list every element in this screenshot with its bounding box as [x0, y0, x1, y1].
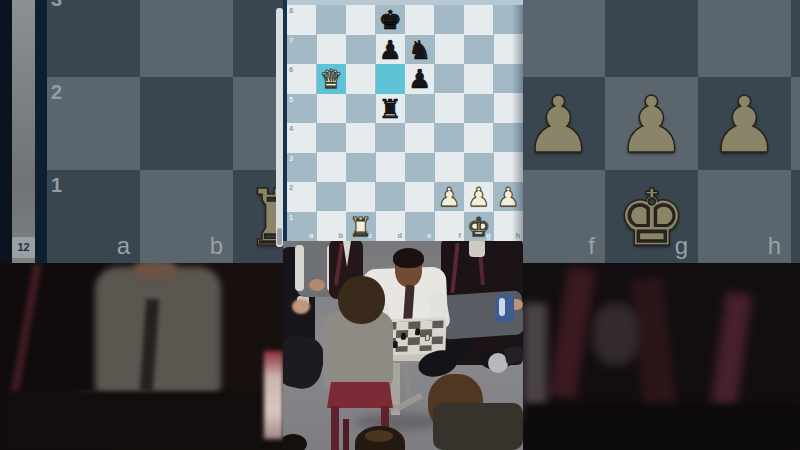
rank-label-4: 4 — [289, 125, 293, 133]
background-bright-blob — [264, 351, 283, 439]
shirt-patch — [469, 241, 485, 257]
hand — [292, 299, 310, 314]
rank-label-2: 2 — [289, 184, 293, 192]
dark-shoes — [283, 332, 328, 392]
file-label-c: c — [346, 232, 373, 240]
shirt-collar — [343, 241, 351, 267]
rank-label-7: 7 — [289, 37, 293, 45]
file-label-b: b — [317, 232, 344, 240]
blazer-trim — [334, 243, 344, 285]
background-white-shirt-figure — [95, 267, 221, 407]
background-white-pawn-g2: ♟ — [605, 77, 698, 170]
red-chair-backrest — [327, 382, 393, 408]
chess-board: ♚♟♞♛♟♜♟♟♟♜♚87654321abcdefgh — [287, 5, 523, 241]
classroom-photo — [283, 241, 523, 450]
mini-black-piece — [393, 341, 398, 348]
rank-label-6: 6 — [289, 66, 293, 74]
background-maroon-streak — [548, 267, 596, 400]
video-frame[interactable]: ♚♟♞♛♟♜♟♟♟♜♚87654321abcdefgh — [283, 0, 523, 450]
rank-label-5: 5 — [289, 96, 293, 104]
file-label-e: e — [405, 232, 432, 240]
scrollbar-track — [276, 8, 283, 247]
background-dark-foreground — [0, 391, 283, 450]
background-rank-label-3: 3 — [51, 0, 81, 11]
background-gray-blob — [593, 303, 639, 365]
background-file-label-h: h — [698, 232, 791, 261]
background-rank-label-2: 2 — [51, 81, 81, 104]
black-pawn-d7: ♟ — [376, 35, 406, 65]
background-photo-left — [0, 263, 283, 450]
background-file-label-a: a — [47, 232, 140, 261]
black-king-d8: ♚ — [376, 5, 406, 35]
red-chair-leg — [331, 406, 339, 450]
mini-white-piece — [425, 334, 430, 341]
blue-bag — [495, 295, 514, 322]
clasped-hands — [309, 279, 325, 291]
file-label-f: f — [435, 232, 462, 240]
background-maroon-streak — [710, 292, 752, 414]
foreground-boy-hair — [338, 276, 385, 324]
mini-black-piece — [401, 333, 406, 340]
file-label-g: g — [464, 232, 491, 240]
player-hair — [393, 248, 424, 268]
background-photo-right — [523, 263, 800, 450]
background-page-edge-strip — [12, 0, 35, 263]
file-label-a: a — [287, 232, 314, 240]
rank-label-3: 3 — [289, 155, 293, 163]
background-dark-floor — [523, 403, 800, 450]
board-right-shadow — [512, 5, 523, 241]
red-chair-leg — [343, 419, 349, 450]
bag-highlight — [499, 298, 505, 316]
white-queen-b6: ♛ — [317, 64, 347, 94]
arm-sleeve — [504, 345, 523, 364]
white-pawn-f2: ♟ — [435, 182, 465, 212]
background-file-label-b: b — [140, 232, 233, 261]
rank-label-1: 1 — [289, 214, 293, 222]
background-white-king-g1: ♚ — [605, 170, 698, 263]
rank-label-8: 8 — [289, 7, 293, 15]
video-still-frame: 321abfgh♜♟♟♟♚ 12 ♚♟♞♛♟♜♟♟♟♜♚87654321abcd… — [0, 0, 800, 450]
hair-highlight — [365, 430, 393, 442]
mini-black-piece — [415, 328, 420, 335]
corner-left-hair — [283, 434, 307, 450]
background-white-pawn-h2: ♟ — [698, 77, 791, 170]
white-pawn-g2: ♟ — [464, 182, 494, 212]
bottom-right-boy-body — [433, 403, 523, 450]
background-white-pawn-f2: ♟ — [512, 77, 605, 170]
background-corner-label: 12 — [12, 237, 35, 258]
black-pawn-e6: ♟ — [405, 64, 435, 94]
file-label-d: d — [376, 232, 403, 240]
background-file-label-f: f — [512, 232, 605, 261]
black-knight-e7: ♞ — [405, 35, 435, 65]
black-rook-d5: ♜ — [376, 94, 406, 124]
background-rank-label-1: 1 — [51, 174, 81, 197]
shirt-sleeve — [295, 245, 304, 291]
scrollbar-thumb[interactable] — [277, 228, 282, 245]
highlight-square-d6 — [376, 64, 406, 94]
